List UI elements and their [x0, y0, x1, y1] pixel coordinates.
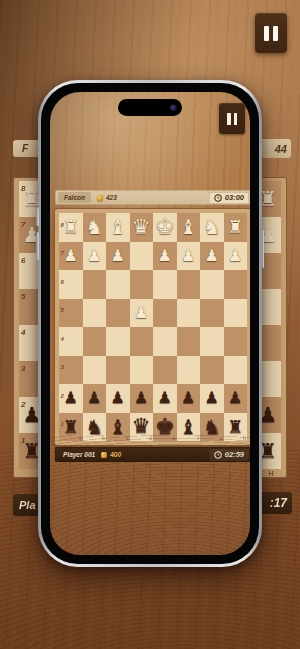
piece-black-pawn: ♟ — [181, 390, 195, 406]
square-d5[interactable]: ♟ — [130, 299, 154, 328]
clock-icon — [214, 451, 222, 459]
rank-label: 4 — [61, 336, 64, 342]
game-screen: Falcon 423 03:00 8♜♞♝♛♚♝♞♜7♟♟♟♟♟♟♟65♟432 — [50, 92, 250, 555]
volume-down-button — [36, 232, 39, 260]
in-game-pause-button[interactable] — [219, 103, 245, 134]
square-b2[interactable]: ♟ — [83, 384, 107, 413]
piece-black-rook: ♜ — [227, 418, 243, 436]
square-a5[interactable]: 5 — [59, 299, 83, 328]
piece-black-pawn: ♟ — [87, 390, 101, 406]
square-h4[interactable] — [224, 327, 248, 356]
bg-rank-label: 3 — [21, 364, 25, 373]
square-b6[interactable] — [83, 270, 107, 299]
piece-black-pawn: ♟ — [228, 390, 242, 406]
square-g5[interactable] — [200, 299, 224, 328]
medal-icon — [101, 452, 107, 458]
piece-white-pawn: ♟ — [64, 248, 78, 264]
square-h5[interactable] — [224, 299, 248, 328]
piece-white-rook: ♜ — [63, 218, 79, 236]
pause-icon — [264, 26, 269, 41]
square-c7[interactable]: ♟ — [106, 242, 130, 271]
piece-white-pawn: ♟ — [181, 248, 195, 264]
player-bar: Player 001 400 02:59 — [55, 447, 250, 462]
square-a8[interactable]: 8♜ — [59, 213, 83, 242]
piece-black-knight: ♞ — [85, 417, 103, 437]
player-score: 400 — [110, 451, 121, 458]
piece-white-rook: ♜ — [227, 218, 243, 236]
piece-black-king: ♚ — [155, 416, 175, 438]
opponent-timer: 03:00 — [209, 192, 249, 204]
clock-icon — [214, 194, 222, 202]
chess-board: 8♜♞♝♛♚♝♞♜7♟♟♟♟♟♟♟65♟432♟♟♟♟♟♟♟♟1a♜b♞c♝d♛… — [59, 213, 247, 441]
pause-icon — [234, 113, 238, 125]
square-d7[interactable] — [130, 242, 154, 271]
square-b3[interactable] — [83, 356, 107, 385]
square-c5[interactable] — [106, 299, 130, 328]
square-d6[interactable] — [130, 270, 154, 299]
front-camera-icon — [170, 104, 177, 111]
opponent-name: Falcon — [58, 192, 91, 203]
square-b5[interactable] — [83, 299, 107, 328]
square-f7[interactable]: ♟ — [177, 242, 201, 271]
square-f1[interactable]: f♝ — [177, 413, 201, 442]
piece-white-pawn: ♟ — [205, 248, 219, 264]
rank-label: 6 — [61, 279, 64, 285]
pause-button[interactable] — [255, 13, 287, 53]
piece-white-bishop: ♝ — [179, 217, 197, 237]
square-c1[interactable]: c♝ — [106, 413, 130, 442]
pause-icon — [273, 26, 278, 41]
piece-white-pawn: ♟ — [228, 248, 242, 264]
square-d2[interactable]: ♟ — [130, 384, 154, 413]
bg-rank-label: 6 — [21, 256, 25, 265]
square-e7[interactable]: ♟ — [153, 242, 177, 271]
square-f3[interactable] — [177, 356, 201, 385]
file-label: h — [243, 435, 246, 441]
square-e2[interactable]: ♟ — [153, 384, 177, 413]
square-d1[interactable]: d♛ — [130, 413, 154, 442]
square-b1[interactable]: b♞ — [83, 413, 107, 442]
square-g2[interactable]: ♟ — [200, 384, 224, 413]
square-c8[interactable]: ♝ — [106, 213, 130, 242]
square-h1[interactable]: h♜ — [224, 413, 248, 442]
bg-rank-label: 5 — [21, 292, 25, 301]
square-g7[interactable]: ♟ — [200, 242, 224, 271]
piece-black-rook: ♜ — [63, 418, 79, 436]
bg-rank-label: 4 — [21, 328, 25, 337]
piece-white-pawn: ♟ — [134, 305, 148, 321]
square-f6[interactable] — [177, 270, 201, 299]
square-g3[interactable] — [200, 356, 224, 385]
square-f4[interactable] — [177, 327, 201, 356]
square-a7[interactable]: 7♟ — [59, 242, 83, 271]
player-time: 02:59 — [225, 450, 244, 459]
square-a6[interactable]: 6 — [59, 270, 83, 299]
board-frame: 8♜♞♝♛♚♝♞♜7♟♟♟♟♟♟♟65♟432♟♟♟♟♟♟♟♟1a♜b♞c♝d♛… — [55, 209, 250, 445]
bg-bottom-timer-fragment: :17 — [257, 492, 292, 514]
square-g4[interactable] — [200, 327, 224, 356]
phone-mockup: Falcon 423 03:00 8♜♞♝♛♚♝♞♜7♟♟♟♟♟♟♟65♟432 — [38, 80, 262, 567]
piece-black-pawn: ♟ — [111, 390, 125, 406]
piece-black-pawn: ♟ — [158, 390, 172, 406]
opponent-bar: Falcon 423 03:00 — [55, 190, 250, 205]
square-h7[interactable]: ♟ — [224, 242, 248, 271]
square-e5[interactable] — [153, 299, 177, 328]
piece-black-pawn: ♟ — [134, 390, 148, 406]
piece-black-pawn: ♟ — [205, 390, 219, 406]
square-a3[interactable]: 3 — [59, 356, 83, 385]
opponent-score: 423 — [106, 194, 117, 201]
piece-black-knight: ♞ — [203, 417, 221, 437]
square-g8[interactable]: ♞ — [200, 213, 224, 242]
square-f2[interactable]: ♟ — [177, 384, 201, 413]
square-d3[interactable] — [130, 356, 154, 385]
piece-white-king: ♚ — [155, 216, 175, 238]
square-c6[interactable] — [106, 270, 130, 299]
square-a2[interactable]: 2♟ — [59, 384, 83, 413]
player-name: Player 001 — [63, 451, 95, 458]
square-h3[interactable] — [224, 356, 248, 385]
piece-white-knight: ♞ — [203, 217, 221, 237]
piece-white-bishop: ♝ — [109, 217, 127, 237]
opponent-time: 03:00 — [225, 193, 244, 202]
square-f5[interactable] — [177, 299, 201, 328]
square-d4[interactable] — [130, 327, 154, 356]
square-a4[interactable]: 4 — [59, 327, 83, 356]
dynamic-island — [118, 99, 182, 116]
pause-icon — [227, 113, 231, 125]
file-label: f — [197, 435, 199, 441]
file-label: a — [79, 435, 82, 441]
piece-black-queen: ♛ — [132, 416, 151, 437]
square-e3[interactable] — [153, 356, 177, 385]
square-e8[interactable]: ♚ — [153, 213, 177, 242]
square-a1[interactable]: 1a♜ — [59, 413, 83, 442]
medal-icon — [97, 195, 103, 201]
power-button — [262, 230, 265, 268]
piece-black-pawn: ♟ — [64, 390, 78, 406]
app-store-screenshot: F 44 Pla :17 8♜7♟65432♟1♜ ♜♟♟♜ H Fal — [0, 0, 300, 649]
square-b4[interactable] — [83, 327, 107, 356]
square-g1[interactable]: g♞ — [200, 413, 224, 442]
square-f8[interactable]: ♝ — [177, 213, 201, 242]
phone-bezel: Falcon 423 03:00 8♜♞♝♛♚♝♞♜7♟♟♟♟♟♟♟65♟432 — [41, 83, 259, 564]
square-d8[interactable]: ♛ — [130, 213, 154, 242]
rank-label: 3 — [61, 364, 64, 370]
square-b8[interactable]: ♞ — [83, 213, 107, 242]
square-e6[interactable] — [153, 270, 177, 299]
square-h6[interactable] — [224, 270, 248, 299]
piece-white-pawn: ♟ — [158, 248, 172, 264]
rank-label: 5 — [61, 307, 64, 313]
piece-black-bishop: ♝ — [179, 417, 197, 437]
piece-white-pawn: ♟ — [111, 248, 125, 264]
player-timer: 02:59 — [209, 449, 249, 461]
square-g6[interactable] — [200, 270, 224, 299]
square-h8[interactable]: ♜ — [224, 213, 248, 242]
square-e1[interactable]: e♚ — [153, 413, 177, 442]
piece-white-pawn: ♟ — [87, 248, 101, 264]
square-h2[interactable]: ♟ — [224, 384, 248, 413]
square-e4[interactable] — [153, 327, 177, 356]
square-c3[interactable] — [106, 356, 130, 385]
square-b7[interactable]: ♟ — [83, 242, 107, 271]
piece-white-queen: ♛ — [132, 217, 151, 238]
piece-white-knight: ♞ — [85, 217, 103, 237]
square-c2[interactable]: ♟ — [106, 384, 130, 413]
volume-up-button — [36, 208, 39, 226]
piece-black-bishop: ♝ — [109, 417, 127, 437]
square-c4[interactable] — [106, 327, 130, 356]
